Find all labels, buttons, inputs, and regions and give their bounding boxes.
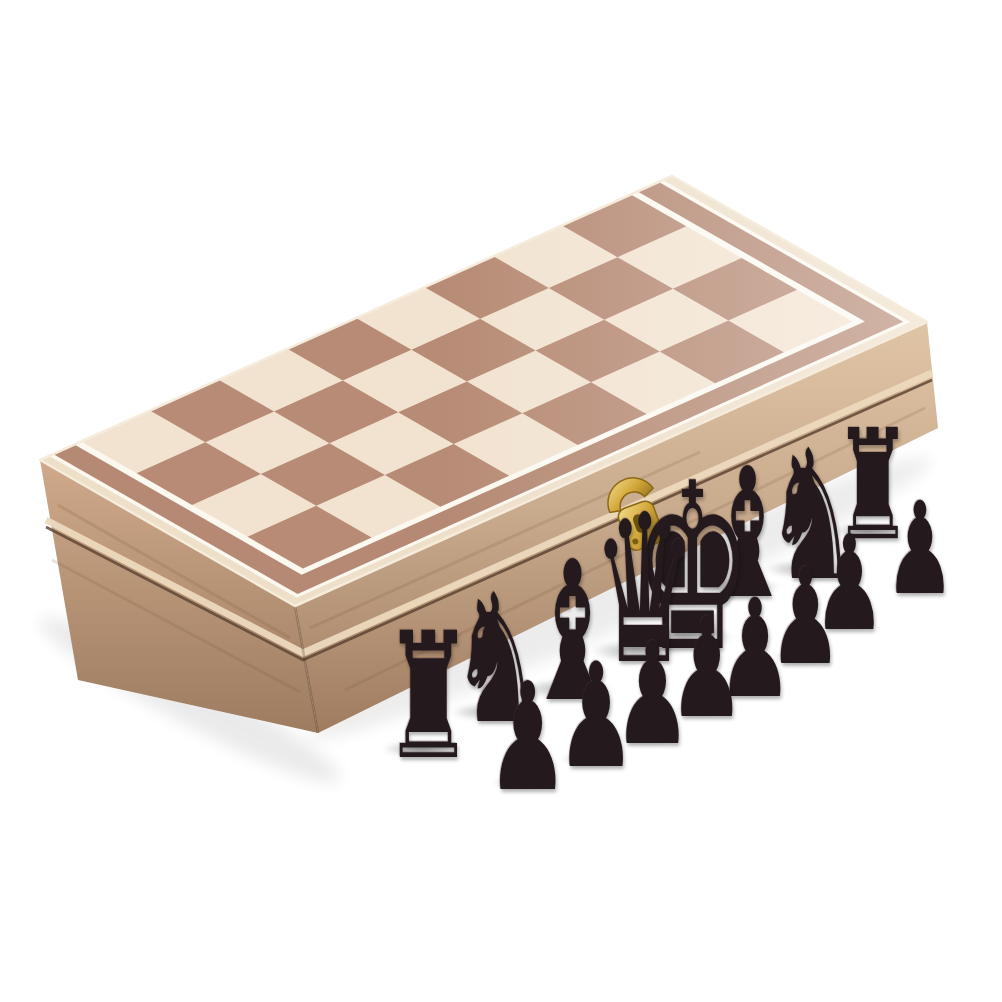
black-pawn: ♟ (880, 485, 959, 613)
black-pawn: ♟ (482, 663, 575, 812)
black-piece-set: ♜♞♟♝♟♚♛♟♝♟♟♞♟♜♟♟ (0, 0, 1002, 1002)
black-rook: ♜ (377, 610, 478, 785)
chess-set-product-photo: ♜♞♟♝♟♚♛♟♝♟♟♞♟♜♟♟ (0, 0, 1002, 1002)
